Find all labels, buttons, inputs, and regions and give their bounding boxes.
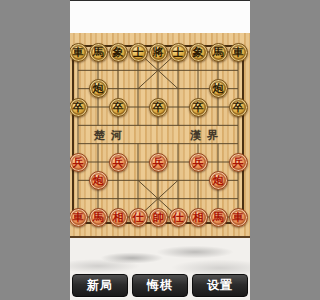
piece-black-rook[interactable]: 車 — [229, 43, 248, 62]
new-game-button[interactable]: 新局 — [72, 274, 128, 297]
piece-black-horse[interactable]: 馬 — [209, 43, 228, 62]
piece-red-soldier[interactable]: 兵 — [70, 153, 88, 172]
piece-red-advisor[interactable]: 仕 — [169, 208, 188, 227]
footer-ink-area: 新局 悔棋 设置 — [70, 238, 250, 300]
piece-red-cannon[interactable]: 炮 — [89, 171, 108, 190]
status-bar — [70, 0, 250, 33]
piece-black-cannon[interactable]: 炮 — [89, 79, 108, 98]
piece-red-rook[interactable]: 車 — [70, 208, 88, 227]
piece-black-advisor[interactable]: 士 — [169, 43, 188, 62]
settings-button[interactable]: 设置 — [192, 274, 248, 297]
piece-black-soldier[interactable]: 卒 — [109, 98, 128, 117]
piece-red-soldier[interactable]: 兵 — [189, 153, 208, 172]
river-label-han: 漢界 — [190, 128, 224, 142]
app-screen: 楚河 漢界 車馬象士將士象馬車炮炮卒卒卒卒卒兵兵兵兵兵炮炮車馬相仕帥仕相馬車 新… — [70, 0, 250, 300]
piece-black-rook[interactable]: 車 — [70, 43, 88, 62]
piece-black-cannon[interactable]: 炮 — [209, 79, 228, 98]
piece-red-soldier[interactable]: 兵 — [229, 153, 248, 172]
piece-red-horse[interactable]: 馬 — [209, 208, 228, 227]
piece-red-rook[interactable]: 車 — [229, 208, 248, 227]
piece-red-advisor[interactable]: 仕 — [129, 208, 148, 227]
piece-black-general[interactable]: 將 — [149, 43, 168, 62]
piece-black-elephant[interactable]: 象 — [109, 43, 128, 62]
undo-button[interactable]: 悔棋 — [132, 274, 188, 297]
piece-red-general[interactable]: 帥 — [149, 208, 168, 227]
river-label-chu: 楚河 — [94, 128, 128, 142]
piece-red-cannon[interactable]: 炮 — [209, 171, 228, 190]
button-bar: 新局 悔棋 设置 — [70, 274, 250, 298]
piece-red-soldier[interactable]: 兵 — [109, 153, 128, 172]
piece-black-elephant[interactable]: 象 — [189, 43, 208, 62]
piece-black-soldier[interactable]: 卒 — [229, 98, 248, 117]
piece-red-soldier[interactable]: 兵 — [149, 153, 168, 172]
piece-black-soldier[interactable]: 卒 — [189, 98, 208, 117]
piece-black-soldier[interactable]: 卒 — [149, 98, 168, 117]
piece-red-elephant[interactable]: 相 — [109, 208, 128, 227]
piece-black-soldier[interactable]: 卒 — [70, 98, 88, 117]
piece-black-advisor[interactable]: 士 — [129, 43, 148, 62]
xiangqi-board[interactable]: 楚河 漢界 車馬象士將士象馬車炮炮卒卒卒卒卒兵兵兵兵兵炮炮車馬相仕帥仕相馬車 — [70, 33, 250, 238]
piece-red-horse[interactable]: 馬 — [89, 208, 108, 227]
piece-black-horse[interactable]: 馬 — [89, 43, 108, 62]
piece-red-elephant[interactable]: 相 — [189, 208, 208, 227]
